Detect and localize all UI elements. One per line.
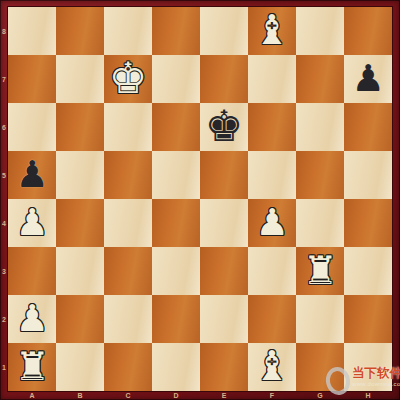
square-e2[interactable]	[200, 295, 248, 343]
square-g8[interactable]	[296, 7, 344, 55]
white-pawn[interactable]: ♟	[15, 204, 48, 241]
black-king[interactable]: ♚	[205, 105, 244, 148]
square-h7[interactable]: ♟	[344, 55, 392, 103]
white-king[interactable]: ♚	[109, 57, 148, 100]
black-pawn[interactable]: ♟	[15, 156, 48, 193]
square-g2[interactable]	[296, 295, 344, 343]
square-e3[interactable]	[200, 247, 248, 295]
square-e4[interactable]	[200, 199, 248, 247]
square-g1[interactable]	[296, 343, 344, 391]
square-e8[interactable]	[200, 7, 248, 55]
square-h3[interactable]	[344, 247, 392, 295]
file-label-e: E	[200, 391, 248, 400]
square-c3[interactable]	[104, 247, 152, 295]
rank-label-3: 3	[0, 247, 8, 295]
square-h4[interactable]	[344, 199, 392, 247]
white-pawn[interactable]: ♟	[255, 204, 288, 241]
file-label-h: H	[344, 391, 392, 400]
square-g7[interactable]	[296, 55, 344, 103]
square-a8[interactable]	[8, 7, 56, 55]
square-h1[interactable]	[344, 343, 392, 391]
square-a2[interactable]: ♟	[8, 295, 56, 343]
white-bishop[interactable]: ♝	[254, 10, 291, 51]
square-b8[interactable]	[56, 7, 104, 55]
square-f7[interactable]	[248, 55, 296, 103]
rank-label-8: 8	[0, 7, 8, 55]
square-g4[interactable]	[296, 199, 344, 247]
square-d3[interactable]	[152, 247, 200, 295]
rank-label-1: 1	[0, 343, 8, 391]
square-a3[interactable]	[8, 247, 56, 295]
square-d6[interactable]	[152, 103, 200, 151]
rank-label-5: 5	[0, 151, 8, 199]
square-b7[interactable]	[56, 55, 104, 103]
square-e6[interactable]: ♚	[200, 103, 248, 151]
square-g5[interactable]	[296, 151, 344, 199]
square-c5[interactable]	[104, 151, 152, 199]
square-d7[interactable]	[152, 55, 200, 103]
square-d8[interactable]	[152, 7, 200, 55]
square-b4[interactable]	[56, 199, 104, 247]
square-g6[interactable]	[296, 103, 344, 151]
square-a5[interactable]: ♟	[8, 151, 56, 199]
rank-label-6: 6	[0, 103, 8, 151]
square-b2[interactable]	[56, 295, 104, 343]
file-label-f: F	[248, 391, 296, 400]
file-label-c: C	[104, 391, 152, 400]
square-c1[interactable]	[104, 343, 152, 391]
square-a7[interactable]	[8, 55, 56, 103]
square-f2[interactable]	[248, 295, 296, 343]
square-g3[interactable]: ♜	[296, 247, 344, 295]
square-f3[interactable]	[248, 247, 296, 295]
square-b5[interactable]	[56, 151, 104, 199]
chessboard-frame: 87654321 ♝♚♟♚♟♟♟♜♟♜♝ ABCDEFGH 当下软件园 www.…	[0, 0, 400, 400]
square-e7[interactable]	[200, 55, 248, 103]
square-f6[interactable]	[248, 103, 296, 151]
square-c2[interactable]	[104, 295, 152, 343]
white-pawn[interactable]: ♟	[15, 300, 48, 337]
square-d1[interactable]	[152, 343, 200, 391]
file-label-g: G	[296, 391, 344, 400]
square-b6[interactable]	[56, 103, 104, 151]
square-a1[interactable]: ♜	[8, 343, 56, 391]
rank-labels: 87654321	[0, 7, 8, 391]
square-h8[interactable]	[344, 7, 392, 55]
file-label-a: A	[8, 391, 56, 400]
square-e1[interactable]	[200, 343, 248, 391]
file-label-b: B	[56, 391, 104, 400]
board: ♝♚♟♚♟♟♟♜♟♜♝	[8, 7, 392, 391]
square-a4[interactable]: ♟	[8, 199, 56, 247]
square-c6[interactable]	[104, 103, 152, 151]
square-d4[interactable]	[152, 199, 200, 247]
white-rook[interactable]: ♜	[15, 347, 50, 386]
square-c7[interactable]: ♚	[104, 55, 152, 103]
square-f5[interactable]	[248, 151, 296, 199]
square-h6[interactable]	[344, 103, 392, 151]
file-labels: ABCDEFGH	[8, 391, 392, 400]
square-d2[interactable]	[152, 295, 200, 343]
square-c4[interactable]	[104, 199, 152, 247]
file-label-d: D	[152, 391, 200, 400]
black-pawn[interactable]: ♟	[351, 60, 384, 97]
square-b3[interactable]	[56, 247, 104, 295]
white-bishop[interactable]: ♝	[254, 346, 291, 387]
square-c8[interactable]	[104, 7, 152, 55]
square-f1[interactable]: ♝	[248, 343, 296, 391]
square-d5[interactable]	[152, 151, 200, 199]
rank-label-7: 7	[0, 55, 8, 103]
square-h5[interactable]	[344, 151, 392, 199]
white-rook[interactable]: ♜	[303, 251, 338, 290]
rank-label-4: 4	[0, 199, 8, 247]
square-a6[interactable]	[8, 103, 56, 151]
square-e5[interactable]	[200, 151, 248, 199]
square-b1[interactable]	[56, 343, 104, 391]
square-f4[interactable]: ♟	[248, 199, 296, 247]
square-f8[interactable]: ♝	[248, 7, 296, 55]
square-h2[interactable]	[344, 295, 392, 343]
rank-label-2: 2	[0, 295, 8, 343]
